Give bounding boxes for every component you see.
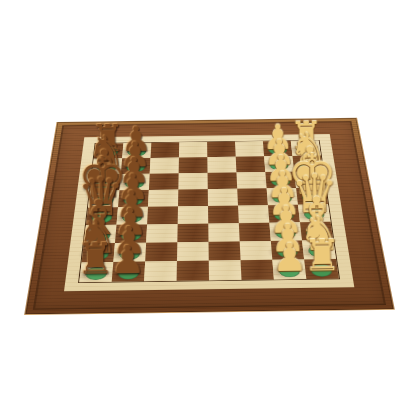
board-square	[144, 261, 177, 281]
board-tilt-wrapper: ♜♟♟♜♞♟♟♞♝♟♟♝♚♟♟♚♛♟♟♛♝♟♟♝♞♟♟♞♜♟♟♜	[40, 38, 377, 375]
board-frame: ♜♟♟♜♞♟♟♞♝♟♟♝♚♟♟♚♛♟♟♛♝♟♟♝♞♟♟♞♜♟♟♜	[33, 121, 386, 310]
board-frame-bevel: ♜♟♟♜♞♟♟♞♝♟♟♝♚♟♟♚♛♟♟♛♝♟♟♝♞♟♟♞♜♟♟♜	[24, 118, 395, 315]
black-rook: ♜	[76, 237, 115, 281]
board-square	[208, 223, 239, 242]
board-maple-margin: ♜♟♟♜♞♟♟♞♝♟♟♝♚♟♟♚♛♟♟♛♝♟♟♝♞♟♟♞♜♟♟♜	[64, 134, 354, 291]
board-square	[178, 189, 208, 206]
board-square	[179, 157, 208, 173]
board-square	[207, 157, 236, 173]
board-square: ♟	[272, 259, 306, 279]
black-pawn: ♟	[110, 240, 145, 279]
board-square	[236, 156, 266, 172]
board-field: ♜♟♟♜♞♟♟♞♝♟♟♝♚♟♟♚♛♟♟♛♝♟♟♝♞♟♟♞♜♟♟♜	[78, 140, 340, 283]
board-square: ♟	[112, 262, 145, 282]
board-square	[145, 242, 177, 261]
board-square	[209, 260, 242, 280]
board-square	[151, 142, 180, 158]
board-description: Product photo of a wooden chess set on a…	[0, 0, 1, 1]
board-square: ♜	[79, 262, 113, 282]
board-square	[208, 189, 238, 206]
board-square	[177, 224, 208, 243]
board-square	[208, 206, 239, 224]
board-square	[147, 206, 178, 224]
board-square	[178, 173, 207, 190]
board-square: ♜	[304, 259, 339, 279]
board-square	[177, 261, 209, 281]
board-square	[208, 172, 238, 189]
board-square	[179, 142, 207, 158]
chess-board: ♜♟♟♜♞♟♟♞♝♟♟♝♚♟♟♚♛♟♟♛♝♟♟♝♞♟♟♞♜♟♟♜	[24, 118, 395, 315]
board-square	[241, 260, 274, 280]
board-square	[177, 242, 209, 261]
board-square	[148, 190, 178, 207]
board-square	[178, 206, 209, 224]
board-square	[149, 173, 179, 190]
board-square	[208, 241, 240, 260]
board-square	[150, 158, 179, 174]
board-square	[146, 224, 178, 243]
board-square	[207, 142, 236, 158]
white-rook: ♜	[302, 233, 341, 277]
product-photo-scene: Product photo of a wooden chess set on a…	[0, 0, 416, 416]
